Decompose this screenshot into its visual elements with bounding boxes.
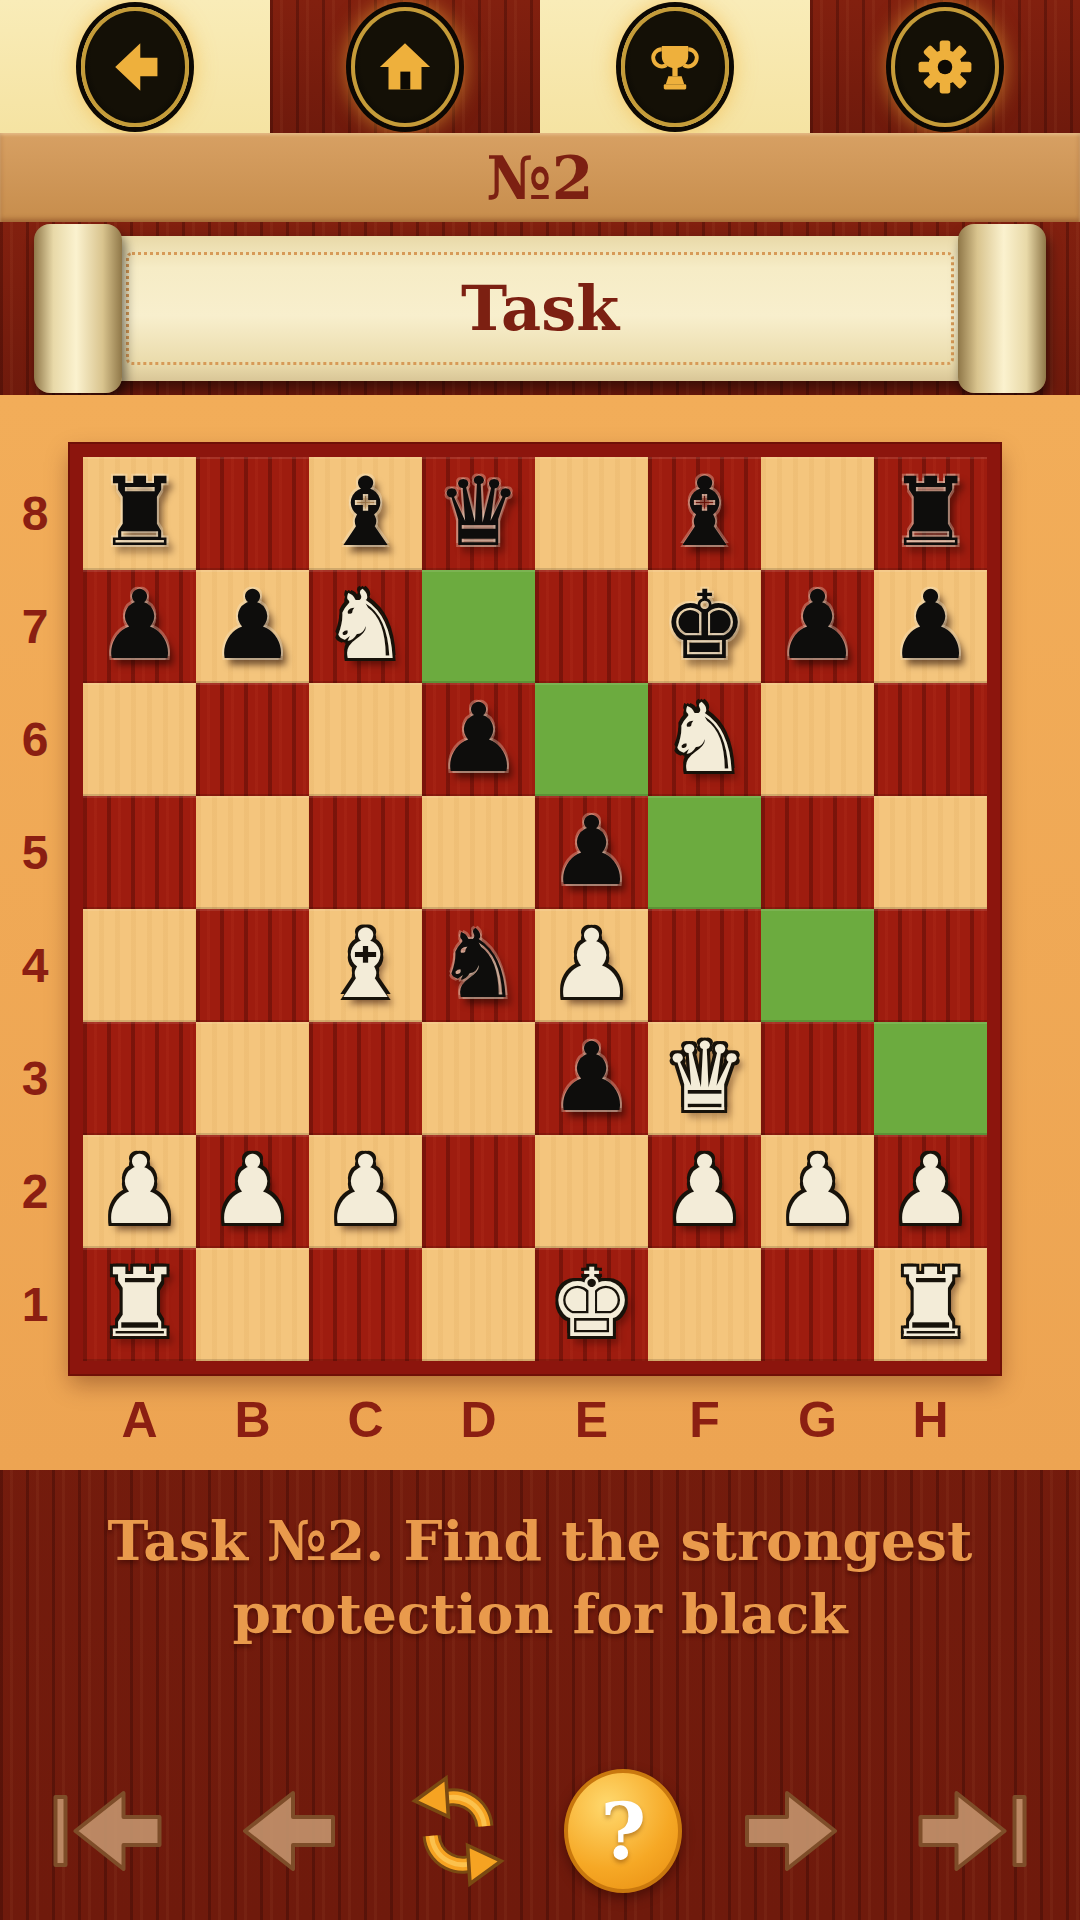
square-e5[interactable]: ♟: [535, 796, 648, 909]
white-queen-piece: ♛: [648, 1022, 761, 1135]
last-button[interactable]: [896, 1781, 1046, 1881]
file-label-a: A: [83, 1387, 196, 1453]
bottom-navigation: ?: [0, 1756, 1080, 1906]
scroll-roll-right: [958, 224, 1046, 393]
white-rook-piece: ♜: [83, 1248, 196, 1361]
square-g2[interactable]: ♟: [761, 1135, 874, 1248]
scroll-roll-left: [34, 224, 122, 393]
question-mark-icon: ?: [601, 1786, 647, 1877]
file-label-f: F: [648, 1387, 761, 1453]
square-f1[interactable]: [648, 1248, 761, 1361]
rank-label-2: 2: [10, 1135, 60, 1248]
rank-label-3: 3: [10, 1022, 60, 1135]
white-pawn-piece: ♟: [648, 1135, 761, 1248]
file-label-d: D: [422, 1387, 535, 1453]
square-h3[interactable]: [874, 1022, 987, 1135]
white-pawn-piece: ♟: [535, 909, 648, 1022]
banner-title: Task: [461, 272, 619, 345]
square-f2[interactable]: ♟: [648, 1135, 761, 1248]
square-h8[interactable]: ♜: [874, 457, 987, 570]
square-c6[interactable]: [309, 683, 422, 796]
back-arrow-icon: [102, 34, 168, 100]
square-f8[interactable]: ♝: [648, 457, 761, 570]
square-e7[interactable]: [535, 570, 648, 683]
square-e3[interactable]: ♟: [535, 1022, 648, 1135]
white-pawn-piece: ♟: [761, 1135, 874, 1248]
board-section: 87654321 ♜♝♛♝♜♟♟♞♚♟♟♟♞♟♝♞♟♟♛♟♟♟♟♟♟♜♚♜ AB…: [0, 395, 1080, 1470]
square-g8[interactable]: [761, 457, 874, 570]
square-d4[interactable]: ♞: [422, 909, 535, 1022]
white-king-piece: ♚: [535, 1248, 648, 1361]
square-a8[interactable]: ♜: [83, 457, 196, 570]
black-pawn-piece: ♟: [83, 570, 196, 683]
white-pawn-piece: ♟: [83, 1135, 196, 1248]
square-g3[interactable]: [761, 1022, 874, 1135]
square-g1[interactable]: [761, 1248, 874, 1361]
file-label-g: G: [761, 1387, 874, 1453]
square-c4[interactable]: ♝: [309, 909, 422, 1022]
square-a1[interactable]: ♜: [83, 1248, 196, 1361]
square-h2[interactable]: ♟: [874, 1135, 987, 1248]
black-pawn-piece: ♟: [196, 570, 309, 683]
back-button[interactable]: [81, 7, 189, 127]
white-knight-piece: ♞: [309, 570, 422, 683]
black-rook-piece: ♜: [874, 457, 987, 570]
file-label-h: H: [874, 1387, 987, 1453]
black-pawn-piece: ♟: [535, 796, 648, 909]
square-d7[interactable]: [422, 570, 535, 683]
square-f6[interactable]: ♞: [648, 683, 761, 796]
rank-labels: 87654321: [10, 457, 60, 1361]
square-e4[interactable]: ♟: [535, 909, 648, 1022]
white-pawn-piece: ♟: [874, 1135, 987, 1248]
square-c8[interactable]: ♝: [309, 457, 422, 570]
square-c7[interactable]: ♞: [309, 570, 422, 683]
restart-icon: [398, 1766, 518, 1896]
puzzle-number: №2: [487, 143, 594, 213]
square-a5[interactable]: [83, 796, 196, 909]
square-f7[interactable]: ♚: [648, 570, 761, 683]
file-label-b: B: [196, 1387, 309, 1453]
square-a7[interactable]: ♟: [83, 570, 196, 683]
square-g7[interactable]: ♟: [761, 570, 874, 683]
square-h7[interactable]: ♟: [874, 570, 987, 683]
previous-arrow-icon: [231, 1781, 351, 1881]
square-d2[interactable]: [422, 1135, 535, 1248]
square-d1[interactable]: [422, 1248, 535, 1361]
square-b3[interactable]: [196, 1022, 309, 1135]
puzzle-number-band: №2: [0, 133, 1080, 222]
square-b1[interactable]: [196, 1248, 309, 1361]
restart-button[interactable]: [398, 1766, 518, 1896]
black-pawn-piece: ♟: [535, 1022, 648, 1135]
rank-label-5: 5: [10, 796, 60, 909]
board-wrapper: ♜♝♛♝♜♟♟♞♚♟♟♟♞♟♝♞♟♟♛♟♟♟♟♟♟♜♚♜: [70, 444, 1000, 1374]
square-d8[interactable]: ♛: [422, 457, 535, 570]
square-c2[interactable]: ♟: [309, 1135, 422, 1248]
black-rook-piece: ♜: [83, 457, 196, 570]
file-label-e: E: [535, 1387, 648, 1453]
square-f3[interactable]: ♛: [648, 1022, 761, 1135]
square-b8[interactable]: [196, 457, 309, 570]
square-h6[interactable]: [874, 683, 987, 796]
toolbar-tile: [540, 0, 810, 133]
square-g5[interactable]: [761, 796, 874, 909]
home-icon: [372, 34, 438, 100]
white-pawn-piece: ♟: [196, 1135, 309, 1248]
last-arrow-icon: [896, 1781, 1046, 1881]
rank-label-8: 8: [10, 457, 60, 570]
square-g6[interactable]: [761, 683, 874, 796]
trophy-icon: [642, 34, 708, 100]
chess-board: ♜♝♛♝♜♟♟♞♚♟♟♟♞♟♝♞♟♟♛♟♟♟♟♟♟♜♚♜: [83, 457, 987, 1361]
square-d5[interactable]: [422, 796, 535, 909]
black-king-piece: ♚: [648, 570, 761, 683]
toolbar-tile: [270, 0, 540, 133]
white-knight-piece: ♞: [648, 683, 761, 796]
square-b5[interactable]: [196, 796, 309, 909]
top-toolbar: [0, 0, 1080, 133]
square-b4[interactable]: [196, 909, 309, 1022]
square-e8[interactable]: [535, 457, 648, 570]
square-d3[interactable]: [422, 1022, 535, 1135]
settings-button[interactable]: [891, 7, 999, 127]
gear-icon: [912, 34, 978, 100]
square-g4[interactable]: [761, 909, 874, 1022]
toolbar-tile: [0, 0, 270, 133]
next-button[interactable]: [729, 1781, 849, 1881]
square-a3[interactable]: [83, 1022, 196, 1135]
parchment-scroll: Task: [34, 232, 1046, 385]
black-knight-piece: ♞: [422, 909, 535, 1022]
white-bishop-piece: ♝: [309, 909, 422, 1022]
first-arrow-icon: [34, 1781, 184, 1881]
square-c3[interactable]: [309, 1022, 422, 1135]
black-pawn-piece: ♟: [761, 570, 874, 683]
task-description: Task №2. Find the strongest protection f…: [80, 1505, 1000, 1650]
black-pawn-piece: ♟: [422, 683, 535, 796]
toolbar-tile: [810, 0, 1080, 133]
square-e2[interactable]: [535, 1135, 648, 1248]
banner-section: Task: [0, 222, 1080, 395]
square-b6[interactable]: [196, 683, 309, 796]
white-pawn-piece: ♟: [309, 1135, 422, 1248]
hint-button[interactable]: ?: [564, 1769, 682, 1893]
square-e6[interactable]: [535, 683, 648, 796]
white-rook-piece: ♜: [874, 1248, 987, 1361]
file-labels: ABCDEFGH: [83, 1387, 987, 1453]
square-h4[interactable]: [874, 909, 987, 1022]
first-button[interactable]: [34, 1781, 184, 1881]
square-f5[interactable]: [648, 796, 761, 909]
square-c1[interactable]: [309, 1248, 422, 1361]
rank-label-4: 4: [10, 909, 60, 1022]
parchment-paper: Task: [98, 236, 982, 381]
square-a2[interactable]: ♟: [83, 1135, 196, 1248]
square-h5[interactable]: [874, 796, 987, 909]
achievements-button[interactable]: [621, 7, 729, 127]
black-queen-piece: ♛: [422, 457, 535, 570]
square-a6[interactable]: [83, 683, 196, 796]
chess-puzzle-app: { "app": { "topbar": { "buttons": [ { "n…: [0, 0, 1080, 1920]
square-h1[interactable]: ♜: [874, 1248, 987, 1361]
square-b2[interactable]: ♟: [196, 1135, 309, 1248]
square-e1[interactable]: ♚: [535, 1248, 648, 1361]
black-pawn-piece: ♟: [874, 570, 987, 683]
home-button[interactable]: [351, 7, 459, 127]
rank-label-7: 7: [10, 570, 60, 683]
black-bishop-piece: ♝: [309, 457, 422, 570]
rank-label-6: 6: [10, 683, 60, 796]
previous-button[interactable]: [231, 1781, 351, 1881]
square-f4[interactable]: [648, 909, 761, 1022]
board-frame: ♜♝♛♝♜♟♟♞♚♟♟♟♞♟♝♞♟♟♛♟♟♟♟♟♟♜♚♜: [70, 444, 1000, 1374]
square-b7[interactable]: ♟: [196, 570, 309, 683]
next-arrow-icon: [729, 1781, 849, 1881]
rank-label-1: 1: [10, 1248, 60, 1361]
square-c5[interactable]: [309, 796, 422, 909]
square-d6[interactable]: ♟: [422, 683, 535, 796]
file-label-c: C: [309, 1387, 422, 1453]
square-a4[interactable]: [83, 909, 196, 1022]
black-bishop-piece: ♝: [648, 457, 761, 570]
